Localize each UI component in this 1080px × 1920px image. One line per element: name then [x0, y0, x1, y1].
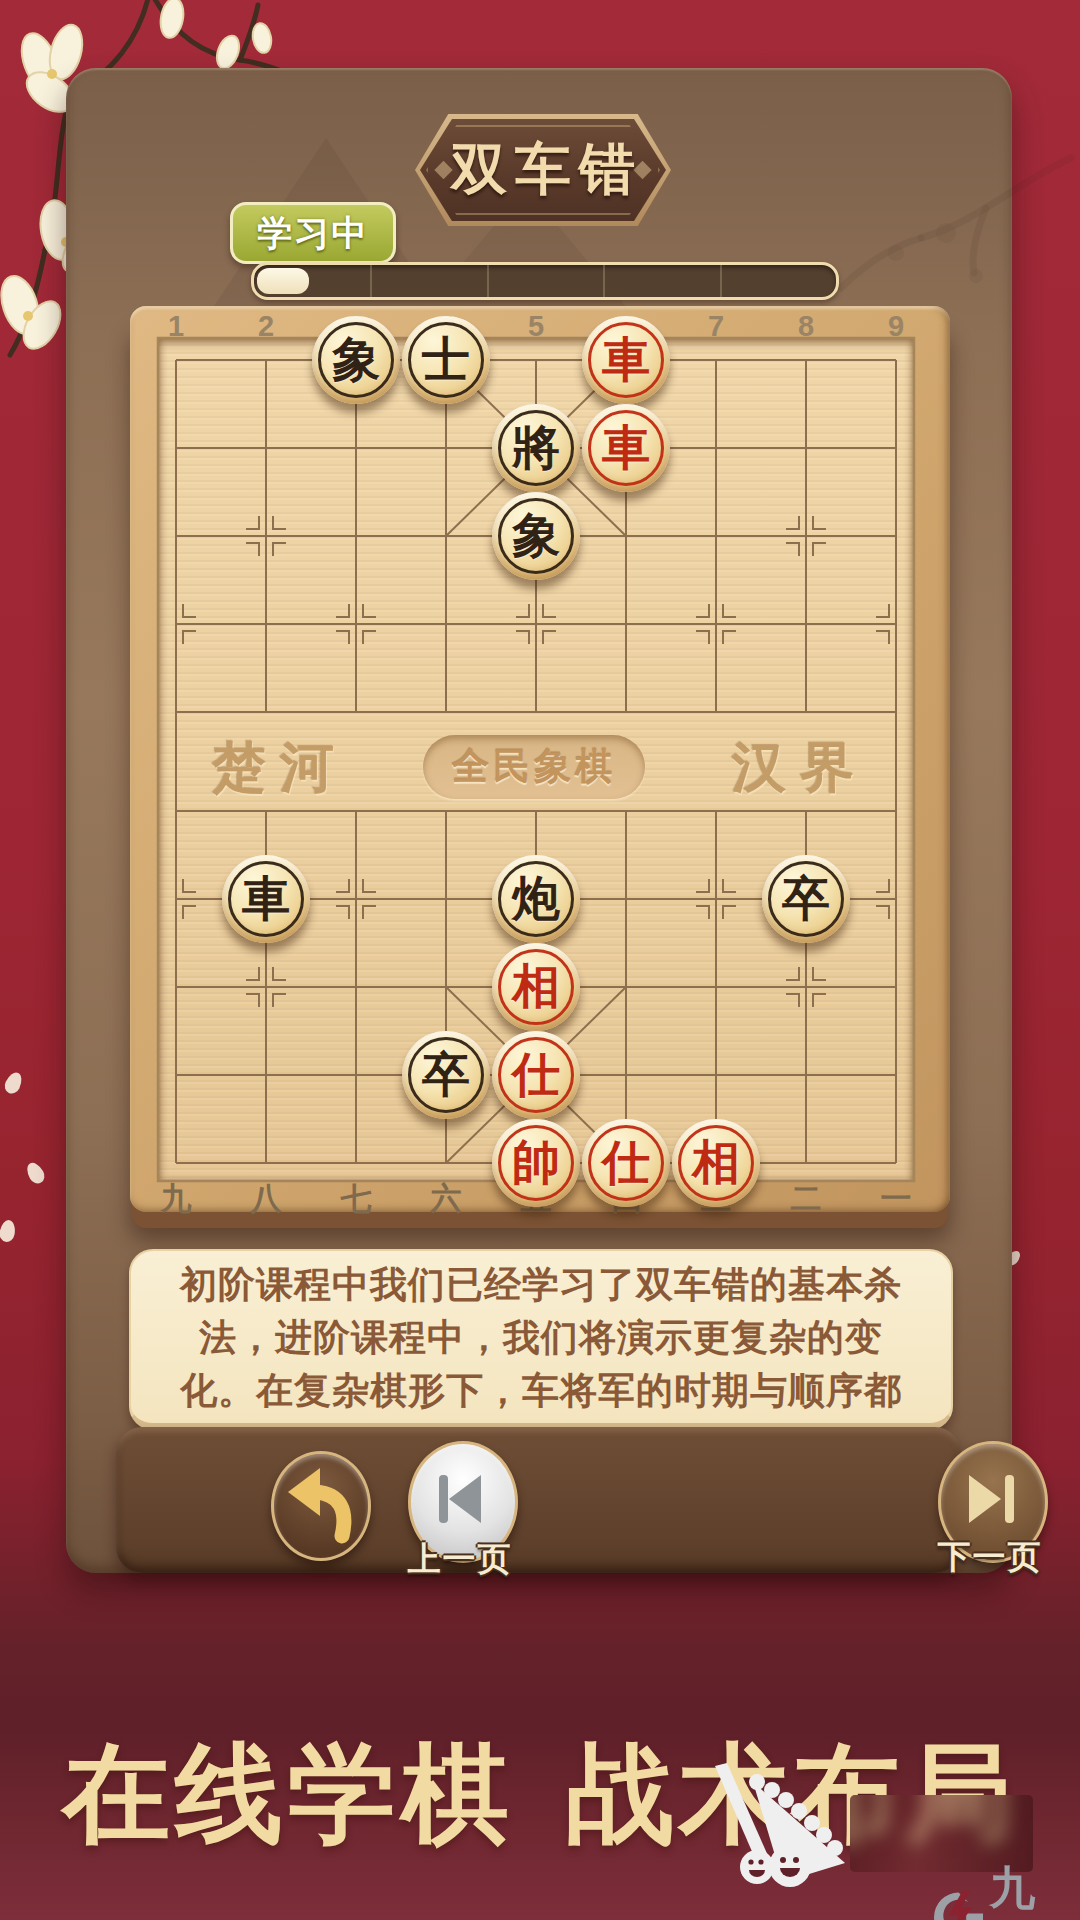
lesson-text-panel: 初阶课程中我们已经学习了双车错的基本杀 法，进阶课程中，我们将演示更复杂的变 化… — [129, 1249, 953, 1430]
lesson-progress-bar — [251, 262, 839, 300]
piece-glyph: 仕 — [602, 1139, 650, 1187]
river-label-right: 汉界 — [732, 732, 868, 805]
app-name-label: 全民象棋 — [452, 742, 616, 792]
page-title: 双车错 — [415, 114, 671, 226]
lesson-line: 法，进阶课程中，我们将演示更复杂的变 — [131, 1311, 951, 1364]
nav-bar: 上一页 下一页 — [116, 1427, 961, 1573]
previous-page-label[interactable]: 上一页 — [370, 1537, 550, 1582]
piece-glyph: 炮 — [512, 875, 560, 923]
piece-glyph: 車 — [602, 336, 650, 384]
piece-glyph: 象 — [332, 336, 380, 384]
piece-glyph: 車 — [602, 424, 650, 472]
piece-glyph: 車 — [242, 875, 290, 923]
piece-black-將[interactable]: 將 — [492, 404, 580, 492]
app-screen: 双车错 学习中 123456789 九八七六五四三二一 楚河 汉界 全民象棋 象… — [0, 0, 1080, 1920]
progress-fill — [257, 268, 309, 294]
faint-branch-decoration-icon — [826, 138, 1076, 298]
status-badge: 学习中 — [230, 202, 396, 264]
river-label-left: 楚河 — [212, 732, 348, 805]
back-arrow-icon — [274, 1454, 362, 1552]
progress-divider — [603, 265, 605, 297]
petal-icon — [24, 1160, 48, 1187]
piece-black-卒[interactable]: 卒 — [402, 1031, 490, 1119]
piece-black-象[interactable]: 象 — [312, 316, 400, 404]
status-badge-label: 学习中 — [258, 210, 369, 257]
jiuyou-logo: 九游 — [934, 1858, 1080, 1920]
jiuyou-logo-icon — [934, 1889, 983, 1920]
petal-icon — [0, 1219, 17, 1243]
progress-divider — [370, 265, 372, 297]
piece-glyph: 相 — [512, 963, 560, 1011]
piece-glyph: 帥 — [512, 1139, 560, 1187]
app-name-pill: 全民象棋 — [423, 735, 645, 799]
piece-red-車[interactable]: 車 — [582, 316, 670, 404]
slogan-left: 在线学棋 — [62, 1735, 514, 1854]
piece-glyph: 卒 — [422, 1051, 470, 1099]
piece-red-仕[interactable]: 仕 — [492, 1031, 580, 1119]
piece-glyph: 相 — [692, 1139, 740, 1187]
piece-red-仕[interactable]: 仕 — [582, 1119, 670, 1207]
piece-black-炮[interactable]: 炮 — [492, 855, 580, 943]
title-plaque: 双车错 — [415, 114, 671, 226]
next-page-label[interactable]: 下一页 — [900, 1535, 1080, 1580]
piece-glyph: 士 — [422, 336, 470, 384]
progress-divider — [487, 265, 489, 297]
piece-glyph: 仕 — [512, 1051, 560, 1099]
lesson-line: 化。在复杂棋形下，车将军的时期与顺序都 — [131, 1364, 951, 1417]
piece-glyph: 卒 — [782, 875, 830, 923]
petal-icon — [2, 1070, 25, 1096]
piece-black-象[interactable]: 象 — [492, 492, 580, 580]
piece-glyph: 象 — [512, 512, 560, 560]
piece-red-相[interactable]: 相 — [672, 1119, 760, 1207]
piece-black-車[interactable]: 車 — [222, 855, 310, 943]
jiuyou-logo-text: 九游 — [989, 1858, 1080, 1920]
back-button[interactable] — [271, 1451, 371, 1561]
piece-red-車[interactable]: 車 — [582, 404, 670, 492]
piece-black-卒[interactable]: 卒 — [762, 855, 850, 943]
progress-divider — [720, 265, 722, 297]
lesson-line: 初阶课程中我们已经学习了双车错的基本杀 — [131, 1258, 951, 1311]
piece-red-相[interactable]: 相 — [492, 943, 580, 1031]
piece-red-帥[interactable]: 帥 — [492, 1119, 580, 1207]
piece-glyph: 將 — [512, 424, 560, 472]
piece-black-士[interactable]: 士 — [402, 316, 490, 404]
